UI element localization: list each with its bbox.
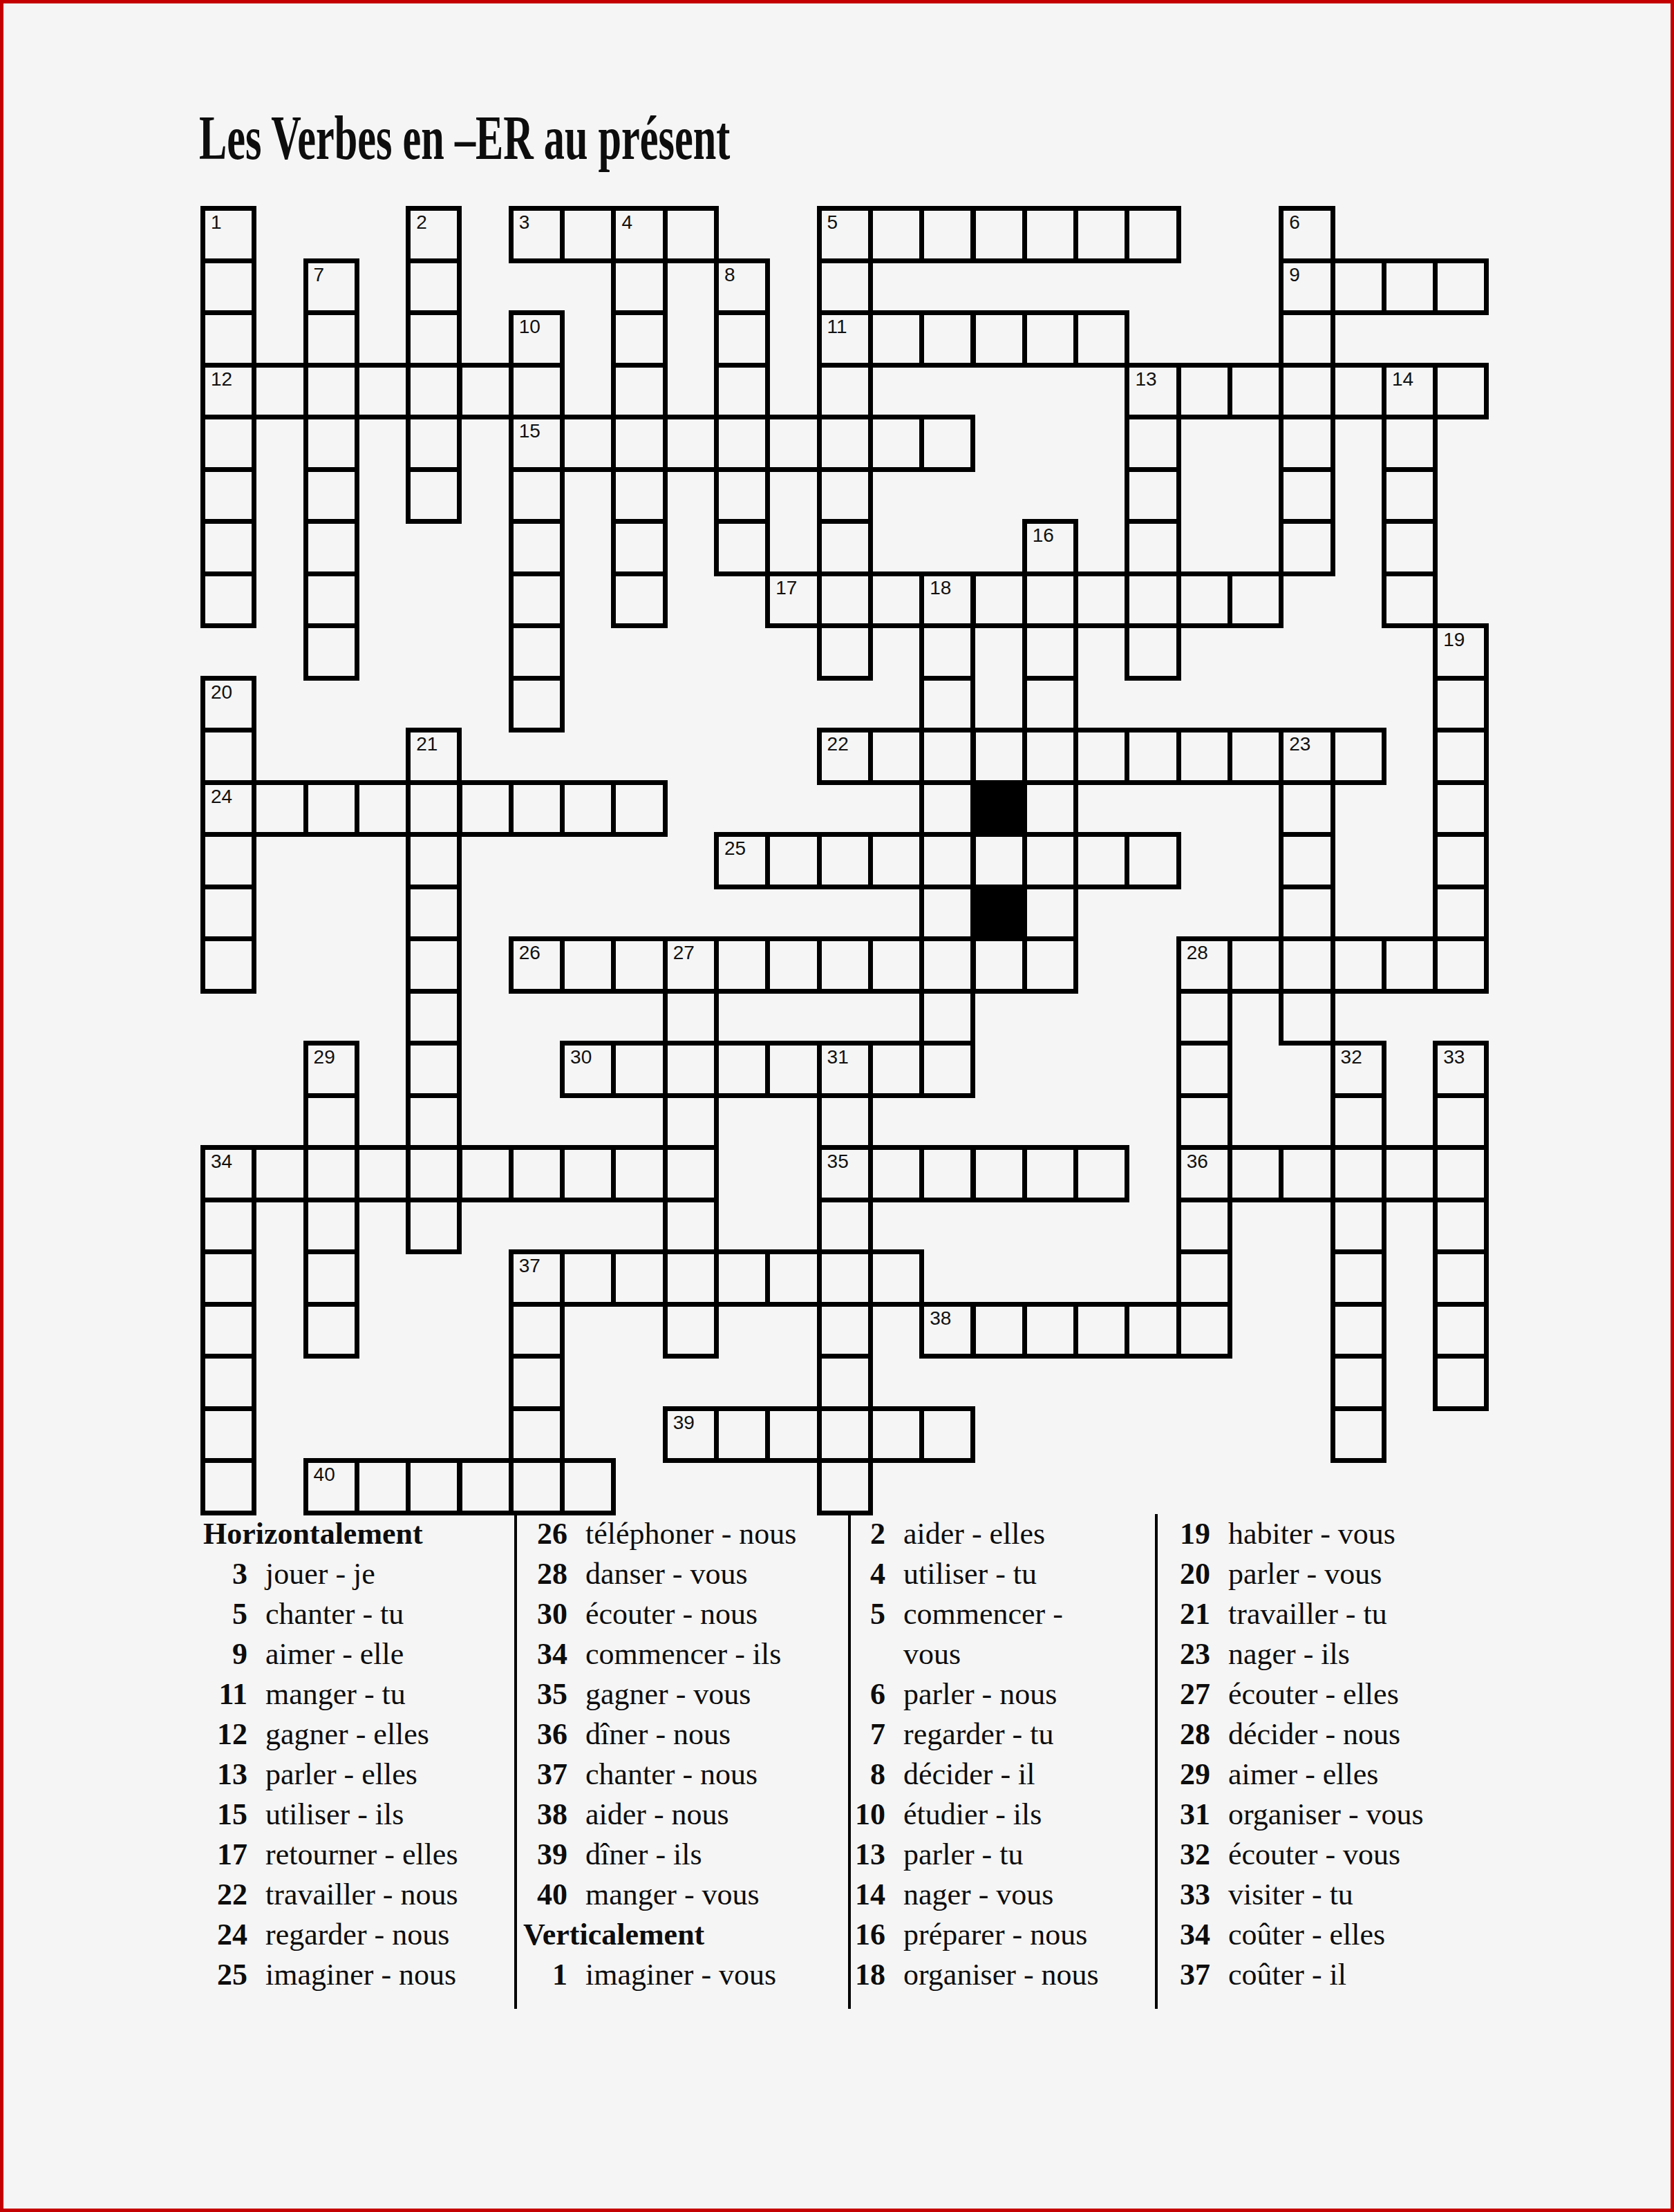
- grid-cell[interactable]: [1330, 363, 1386, 420]
- grid-cell[interactable]: [971, 832, 1027, 889]
- grid-cell[interactable]: 1: [200, 206, 256, 263]
- grid-cell[interactable]: [303, 310, 359, 368]
- grid-cell[interactable]: 15: [509, 415, 565, 472]
- grid-cell[interactable]: [509, 623, 565, 681]
- grid-cell[interactable]: [919, 936, 975, 994]
- grid-cell[interactable]: [458, 780, 514, 838]
- grid-cell[interactable]: [1022, 780, 1078, 838]
- grid-cell[interactable]: [560, 1145, 616, 1202]
- clue-list-header: Horizontalement: [200, 1514, 513, 1554]
- grid-cell[interactable]: [1330, 1406, 1386, 1464]
- grid-cell[interactable]: 25: [714, 832, 770, 889]
- grid-cell[interactable]: [663, 1249, 719, 1307]
- grid-cell[interactable]: [1279, 832, 1335, 889]
- grid-cell[interactable]: [919, 206, 975, 263]
- grid-cell[interactable]: 19: [1433, 623, 1489, 681]
- grid-cell[interactable]: [303, 1302, 359, 1359]
- grid-cell[interactable]: [200, 1458, 256, 1515]
- grid-cell[interactable]: [200, 1249, 256, 1307]
- grid-cell[interactable]: [868, 206, 924, 263]
- grid-cell[interactable]: [1022, 728, 1078, 785]
- grid-cell[interactable]: [1330, 936, 1386, 994]
- clue-item-number: 5: [200, 1594, 247, 1634]
- grid-cell[interactable]: [817, 936, 873, 994]
- grid-cell[interactable]: [1125, 467, 1181, 524]
- grid-cell[interactable]: [817, 1249, 873, 1307]
- grid-cell[interactable]: 3: [509, 206, 565, 263]
- grid-cell[interactable]: [868, 832, 924, 889]
- grid-cell[interactable]: [663, 1302, 719, 1359]
- grid-cell[interactable]: [252, 363, 308, 420]
- grid-cell[interactable]: [303, 623, 359, 681]
- grid-cell[interactable]: [1073, 1145, 1129, 1202]
- clue-item: 35gagner - vous: [520, 1674, 845, 1714]
- grid-cell[interactable]: [1330, 1145, 1386, 1202]
- grid-cell[interactable]: [303, 1093, 359, 1151]
- grid-cell[interactable]: [1279, 415, 1335, 472]
- clue-item-text: organiser - vous: [1228, 1795, 1424, 1835]
- grid-cell[interactable]: 40: [303, 1458, 359, 1515]
- grid-cell[interactable]: [1330, 1093, 1386, 1151]
- grid-cell[interactable]: [1330, 728, 1386, 785]
- grid-cell[interactable]: [200, 467, 256, 524]
- grid-cell[interactable]: [817, 258, 873, 316]
- grid-cell[interactable]: [971, 728, 1027, 785]
- grid-cell[interactable]: [919, 780, 975, 838]
- grid-cell[interactable]: 6: [1279, 206, 1335, 263]
- grid-cell[interactable]: [611, 415, 667, 472]
- grid-cell[interactable]: [1382, 571, 1438, 629]
- grid-cell[interactable]: [868, 1249, 924, 1307]
- grid-cell[interactable]: [1022, 885, 1078, 942]
- grid-cell[interactable]: [355, 780, 411, 838]
- grid-cell[interactable]: [714, 1249, 770, 1307]
- grid-cell[interactable]: [1382, 936, 1438, 994]
- grid-cell[interactable]: [509, 363, 565, 420]
- grid-cell[interactable]: [868, 1145, 924, 1202]
- grid-cell[interactable]: [1433, 1302, 1489, 1359]
- grid-cell[interactable]: [560, 415, 616, 472]
- grid-cell[interactable]: [406, 310, 462, 368]
- grid-cell[interactable]: [406, 780, 462, 838]
- grid-cell[interactable]: [971, 571, 1027, 629]
- grid-cell[interactable]: 27: [663, 936, 719, 994]
- grid-cell[interactable]: [303, 1198, 359, 1255]
- grid-cell[interactable]: 23: [1279, 728, 1335, 785]
- grid-cell[interactable]: [200, 1354, 256, 1411]
- grid-cell[interactable]: [1176, 1249, 1232, 1307]
- grid-cell[interactable]: [611, 1041, 667, 1098]
- grid-cell[interactable]: [1433, 780, 1489, 838]
- grid-cell[interactable]: 36: [1176, 1145, 1232, 1202]
- grid-cell[interactable]: [1433, 1145, 1489, 1202]
- grid-cell[interactable]: [1125, 571, 1181, 629]
- grid-cell[interactable]: [303, 571, 359, 629]
- grid-cell[interactable]: [663, 1093, 719, 1151]
- grid-cell[interactable]: [714, 1406, 770, 1464]
- grid-cell[interactable]: [1279, 989, 1335, 1046]
- grid-cell[interactable]: [509, 780, 565, 838]
- grid-cell[interactable]: [714, 1041, 770, 1098]
- grid-cell[interactable]: [611, 936, 667, 994]
- grid-cell[interactable]: [200, 571, 256, 629]
- grid-cell[interactable]: [1022, 832, 1078, 889]
- grid-cell[interactable]: [765, 832, 821, 889]
- grid-cell[interactable]: [509, 1406, 565, 1464]
- grid-cell[interactable]: [509, 1354, 565, 1411]
- grid-cell[interactable]: [611, 258, 667, 316]
- grid-cell[interactable]: [252, 780, 308, 838]
- grid-cell[interactable]: [509, 467, 565, 524]
- grid-cell[interactable]: [611, 1145, 667, 1202]
- grid-cell[interactable]: [509, 1145, 565, 1202]
- grid-cell[interactable]: [611, 780, 667, 838]
- grid-cell[interactable]: [919, 1406, 975, 1464]
- grid-cell[interactable]: 31: [817, 1041, 873, 1098]
- grid-cell[interactable]: [252, 1145, 308, 1202]
- grid-cell[interactable]: [355, 363, 411, 420]
- grid-cell[interactable]: [1279, 467, 1335, 524]
- grid-cell[interactable]: [509, 571, 565, 629]
- grid-cell[interactable]: [919, 623, 975, 681]
- clue-item: 6parler - nous: [838, 1674, 1151, 1714]
- grid-cell[interactable]: 20: [200, 676, 256, 733]
- grid-cell[interactable]: [1022, 571, 1078, 629]
- grid-cell[interactable]: [868, 728, 924, 785]
- grid-cell[interactable]: 26: [509, 936, 565, 994]
- clue-column: 19habiter - vous20parler - vous21travail…: [1163, 1514, 1481, 1995]
- grid-cell[interactable]: [1433, 936, 1489, 994]
- grid-cell[interactable]: [406, 832, 462, 889]
- grid-cell[interactable]: [200, 415, 256, 472]
- grid-cell[interactable]: [1382, 258, 1438, 316]
- grid-cell[interactable]: [1073, 832, 1129, 889]
- grid-cell[interactable]: [200, 1406, 256, 1464]
- grid-cell[interactable]: [1176, 1093, 1232, 1151]
- grid-cell[interactable]: [406, 1145, 462, 1202]
- grid-cell[interactable]: [560, 780, 616, 838]
- grid-cell[interactable]: 34: [200, 1145, 256, 1202]
- clue-item: 34commencer - ils: [520, 1634, 845, 1674]
- grid-cell[interactable]: [1125, 623, 1181, 681]
- grid-cell[interactable]: [1176, 571, 1232, 629]
- grid-cell[interactable]: 37: [509, 1249, 565, 1307]
- grid-cell[interactable]: [611, 310, 667, 368]
- grid-cell[interactable]: [971, 1145, 1027, 1202]
- clue-item-text: préparer - nous: [903, 1915, 1087, 1955]
- grid-cell[interactable]: [868, 1041, 924, 1098]
- grid-cell[interactable]: [1330, 1302, 1386, 1359]
- grid-cell[interactable]: [1125, 206, 1181, 263]
- grid-cell[interactable]: [663, 206, 719, 263]
- grid-cell[interactable]: [303, 780, 359, 838]
- grid-cell[interactable]: [200, 832, 256, 889]
- grid-cell[interactable]: [1433, 832, 1489, 889]
- grid-cell[interactable]: 13: [1125, 363, 1181, 420]
- grid-cell[interactable]: [817, 1302, 873, 1359]
- grid-cell[interactable]: [663, 1145, 719, 1202]
- grid-cell[interactable]: 17: [765, 571, 821, 629]
- grid-cell[interactable]: [611, 1249, 667, 1307]
- grid-cell[interactable]: 35: [817, 1145, 873, 1202]
- grid-cell[interactable]: [817, 1198, 873, 1255]
- grid-cell[interactable]: [971, 206, 1027, 263]
- grid-cell[interactable]: 4: [611, 206, 667, 263]
- grid-cell[interactable]: 7: [303, 258, 359, 316]
- grid-cell[interactable]: [1279, 780, 1335, 838]
- grid-cell[interactable]: [200, 1198, 256, 1255]
- grid-cell[interactable]: [765, 1249, 821, 1307]
- grid-cell[interactable]: [765, 936, 821, 994]
- grid-cell[interactable]: [1073, 1302, 1129, 1359]
- grid-cell[interactable]: [919, 989, 975, 1046]
- grid-cell[interactable]: [406, 467, 462, 524]
- grid-cell[interactable]: [663, 415, 719, 472]
- grid-cell[interactable]: [714, 936, 770, 994]
- grid-cell[interactable]: 38: [919, 1302, 975, 1359]
- grid-cell[interactable]: [1022, 1302, 1078, 1359]
- clue-column: 26téléphoner - nous28danser - vous30écou…: [520, 1514, 845, 1995]
- grid-cell[interactable]: [200, 519, 256, 576]
- grid-cell[interactable]: [1433, 1354, 1489, 1411]
- grid-cell[interactable]: 24: [200, 780, 256, 838]
- grid-cell[interactable]: [1073, 206, 1129, 263]
- grid-cell[interactable]: [406, 1458, 462, 1515]
- grid-cell[interactable]: [458, 363, 514, 420]
- grid-cell[interactable]: [611, 571, 667, 629]
- grid-cell[interactable]: 5: [817, 206, 873, 263]
- grid-cell[interactable]: [714, 415, 770, 472]
- grid-cell[interactable]: 30: [560, 1041, 616, 1098]
- grid-cell[interactable]: [1279, 1145, 1335, 1202]
- grid-cell[interactable]: [919, 1145, 975, 1202]
- grid-cell[interactable]: [611, 467, 667, 524]
- grid-cell[interactable]: [560, 1249, 616, 1307]
- grid-cell[interactable]: [1125, 415, 1181, 472]
- grid-cell[interactable]: [406, 415, 462, 472]
- grid-cell[interactable]: [1330, 1249, 1386, 1307]
- grid-cell[interactable]: [1176, 1302, 1232, 1359]
- grid-cell[interactable]: [406, 989, 462, 1046]
- grid-cell[interactable]: [560, 206, 616, 263]
- grid-cell[interactable]: [406, 936, 462, 994]
- grid-cell[interactable]: [303, 415, 359, 472]
- grid-cell[interactable]: [1382, 467, 1438, 524]
- grid-cell[interactable]: [1228, 571, 1283, 629]
- grid-cell[interactable]: [663, 1041, 719, 1098]
- grid-cell[interactable]: [971, 310, 1027, 368]
- grid-cell[interactable]: [663, 1198, 719, 1255]
- grid-cell[interactable]: [1279, 310, 1335, 368]
- grid-cell[interactable]: [1330, 258, 1386, 316]
- grid-cell[interactable]: [817, 415, 873, 472]
- grid-cell[interactable]: 22: [817, 728, 873, 785]
- grid-cell[interactable]: [765, 1041, 821, 1098]
- grid-cell[interactable]: [509, 1302, 565, 1359]
- grid-cell[interactable]: 9: [1279, 258, 1335, 316]
- grid-cell[interactable]: [509, 519, 565, 576]
- grid-cell[interactable]: [714, 467, 770, 524]
- grid-cell[interactable]: [919, 676, 975, 733]
- grid-cell[interactable]: 33: [1433, 1041, 1489, 1098]
- grid-cell[interactable]: 39: [663, 1406, 719, 1464]
- grid-cell[interactable]: 11: [817, 310, 873, 368]
- grid-cell[interactable]: [1279, 885, 1335, 942]
- grid-cell[interactable]: [714, 310, 770, 368]
- grid-cell[interactable]: [303, 363, 359, 420]
- grid-cell[interactable]: [1125, 728, 1181, 785]
- grid-cell[interactable]: [200, 310, 256, 368]
- grid-cell[interactable]: [1125, 519, 1181, 576]
- grid-cell[interactable]: [1073, 728, 1129, 785]
- grid-cell[interactable]: [714, 363, 770, 420]
- grid-cell[interactable]: [303, 467, 359, 524]
- grid-cell[interactable]: [1073, 310, 1129, 368]
- grid-cell[interactable]: 28: [1176, 936, 1232, 994]
- grid-cell[interactable]: [1433, 1249, 1489, 1307]
- grid-cell[interactable]: [971, 936, 1027, 994]
- grid-cell[interactable]: [1073, 571, 1129, 629]
- grid-cell[interactable]: [303, 519, 359, 576]
- grid-cell[interactable]: [406, 1041, 462, 1098]
- grid-cell[interactable]: [1433, 363, 1489, 420]
- grid-cell[interactable]: [560, 1458, 616, 1515]
- grid-cell[interactable]: [1022, 206, 1078, 263]
- grid-cell[interactable]: [611, 519, 667, 576]
- grid-cell[interactable]: [1176, 363, 1232, 420]
- grid-cell[interactable]: [919, 728, 975, 785]
- grid-cell[interactable]: [1279, 519, 1335, 576]
- grid-cell[interactable]: [1228, 1145, 1283, 1202]
- grid-cell[interactable]: [971, 1302, 1027, 1359]
- clue-item-number: 26: [520, 1514, 567, 1554]
- grid-cell[interactable]: [1125, 1302, 1181, 1359]
- grid-cell[interactable]: [663, 989, 719, 1046]
- grid-cell[interactable]: [1433, 258, 1489, 316]
- grid-cell[interactable]: 16: [1022, 519, 1078, 576]
- grid-cell[interactable]: 8: [714, 258, 770, 316]
- grid-cell[interactable]: [1022, 1145, 1078, 1202]
- grid-cell[interactable]: [1176, 1198, 1232, 1255]
- grid-cell[interactable]: 29: [303, 1041, 359, 1098]
- grid-cell[interactable]: [1176, 728, 1232, 785]
- grid-cell[interactable]: [817, 571, 873, 629]
- grid-cell[interactable]: [1022, 936, 1078, 994]
- grid-cell[interactable]: [1125, 832, 1181, 889]
- grid-cell[interactable]: [406, 885, 462, 942]
- grid-cell[interactable]: [1228, 936, 1283, 994]
- grid-cell[interactable]: [817, 519, 873, 576]
- grid-cell[interactable]: [1330, 1198, 1386, 1255]
- grid-cell[interactable]: [765, 415, 821, 472]
- grid-cell[interactable]: [1228, 728, 1283, 785]
- grid-cell[interactable]: [817, 1406, 873, 1464]
- grid-cell[interactable]: [919, 310, 975, 368]
- grid-cell[interactable]: [919, 832, 975, 889]
- grid-cell[interactable]: [1022, 310, 1078, 368]
- grid-cell[interactable]: [1228, 363, 1283, 420]
- grid-cell[interactable]: [1433, 728, 1489, 785]
- grid-cell[interactable]: [817, 1354, 873, 1411]
- grid-cell[interactable]: [1176, 989, 1232, 1046]
- grid-cell[interactable]: [714, 519, 770, 576]
- grid-cell[interactable]: [1433, 676, 1489, 733]
- grid-cell[interactable]: 21: [406, 728, 462, 785]
- grid-cell[interactable]: [868, 415, 924, 472]
- grid-cell[interactable]: [919, 885, 975, 942]
- grid-cell[interactable]: [868, 310, 924, 368]
- grid-cell[interactable]: [1382, 1145, 1438, 1202]
- grid-cell[interactable]: [817, 1458, 873, 1515]
- grid-cell[interactable]: [406, 1198, 462, 1255]
- grid-cell[interactable]: [200, 258, 256, 316]
- grid-cell[interactable]: [1433, 1093, 1489, 1151]
- grid-cell[interactable]: [200, 1302, 256, 1359]
- grid-cell[interactable]: [765, 1406, 821, 1464]
- grid-cell[interactable]: [200, 936, 256, 994]
- grid-cell[interactable]: [355, 1145, 411, 1202]
- grid-cell[interactable]: [458, 1458, 514, 1515]
- grid-cell[interactable]: [406, 363, 462, 420]
- grid-cell[interactable]: [919, 415, 975, 472]
- grid-cell[interactable]: [200, 728, 256, 785]
- grid-cell[interactable]: 2: [406, 206, 462, 263]
- grid-cell[interactable]: [817, 363, 873, 420]
- grid-cell[interactable]: [509, 1458, 565, 1515]
- grid-cell[interactable]: [303, 1249, 359, 1307]
- clue-item-number: 29: [1163, 1755, 1210, 1795]
- grid-cell[interactable]: [303, 1145, 359, 1202]
- grid-cell[interactable]: [1022, 676, 1078, 733]
- grid-cell[interactable]: [868, 1406, 924, 1464]
- grid-cell[interactable]: [1022, 623, 1078, 681]
- grid-cell[interactable]: [200, 885, 256, 942]
- clue-item: 13parler - tu: [838, 1835, 1151, 1875]
- grid-cell[interactable]: [817, 623, 873, 681]
- grid-cell[interactable]: [560, 936, 616, 994]
- clue-number: 6: [1289, 213, 1300, 232]
- grid-cell[interactable]: [1330, 1354, 1386, 1411]
- grid-cell[interactable]: [1279, 363, 1335, 420]
- grid-cell[interactable]: [1433, 1198, 1489, 1255]
- grid-cell[interactable]: [1382, 415, 1438, 472]
- grid-cell[interactable]: [1176, 1041, 1232, 1098]
- clue-item-text: regarder - tu: [903, 1714, 1053, 1755]
- clue-item-text: commencer - vous: [903, 1594, 1063, 1674]
- grid-cell[interactable]: [1279, 936, 1335, 994]
- grid-cell[interactable]: 10: [509, 310, 565, 368]
- grid-cell[interactable]: [1382, 519, 1438, 576]
- grid-cell[interactable]: [458, 1145, 514, 1202]
- grid-cell[interactable]: 32: [1330, 1041, 1386, 1098]
- grid-cell[interactable]: [509, 676, 565, 733]
- grid-cell[interactable]: 18: [919, 571, 975, 629]
- grid-cell[interactable]: 12: [200, 363, 256, 420]
- grid-cell[interactable]: [817, 832, 873, 889]
- grid-cell[interactable]: [919, 1041, 975, 1098]
- grid-cell[interactable]: 14: [1382, 363, 1438, 420]
- grid-cell[interactable]: [611, 363, 667, 420]
- grid-cell[interactable]: [406, 1093, 462, 1151]
- grid-cell[interactable]: [406, 258, 462, 316]
- grid-cell[interactable]: [868, 571, 924, 629]
- grid-cell[interactable]: [817, 1093, 873, 1151]
- grid-cell[interactable]: [1433, 885, 1489, 942]
- grid-cell[interactable]: [817, 467, 873, 524]
- grid-cell-black: [971, 885, 1027, 942]
- grid-cell[interactable]: [355, 1458, 411, 1515]
- grid-cell[interactable]: [868, 936, 924, 994]
